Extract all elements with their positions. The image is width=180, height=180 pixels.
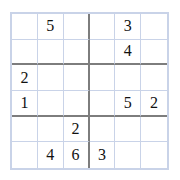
cell-r4c6[interactable]: 2 xyxy=(141,91,167,117)
cell-r1c3[interactable] xyxy=(64,14,90,40)
cell-r5c6[interactable] xyxy=(141,117,167,143)
cell-r6c2[interactable]: 4 xyxy=(38,142,64,168)
cell-r2c1[interactable] xyxy=(12,40,38,66)
cell-r1c4[interactable] xyxy=(90,14,116,40)
cell-r2c4[interactable] xyxy=(90,40,116,66)
cell-r2c6[interactable] xyxy=(141,40,167,66)
cell-r6c3[interactable]: 6 xyxy=(64,142,90,168)
sudoku-grid: 53421522463 xyxy=(10,12,169,170)
cell-r3c5[interactable] xyxy=(115,65,141,91)
cell-r1c6[interactable] xyxy=(141,14,167,40)
cell-r5c3[interactable]: 2 xyxy=(64,117,90,143)
cell-r1c5[interactable]: 3 xyxy=(115,14,141,40)
cell-r4c3[interactable] xyxy=(64,91,90,117)
cell-r6c5[interactable] xyxy=(115,142,141,168)
cell-r2c2[interactable] xyxy=(38,40,64,66)
cell-r5c2[interactable] xyxy=(38,117,64,143)
cell-r6c4[interactable]: 3 xyxy=(90,142,116,168)
cell-r5c5[interactable] xyxy=(115,117,141,143)
cell-r2c5[interactable]: 4 xyxy=(115,40,141,66)
cell-r3c4[interactable] xyxy=(90,65,116,91)
cell-r5c4[interactable] xyxy=(90,117,116,143)
cell-r3c6[interactable] xyxy=(141,65,167,91)
cell-r5c1[interactable] xyxy=(12,117,38,143)
cell-r4c4[interactable] xyxy=(90,91,116,117)
cell-r1c2[interactable]: 5 xyxy=(38,14,64,40)
cell-r4c2[interactable] xyxy=(38,91,64,117)
cell-r3c3[interactable] xyxy=(64,65,90,91)
cell-r6c6[interactable] xyxy=(141,142,167,168)
cell-r6c1[interactable] xyxy=(12,142,38,168)
cell-r1c1[interactable] xyxy=(12,14,38,40)
cell-r4c5[interactable]: 5 xyxy=(115,91,141,117)
cell-r3c2[interactable] xyxy=(38,65,64,91)
cell-r3c1[interactable]: 2 xyxy=(12,65,38,91)
cell-r4c1[interactable]: 1 xyxy=(12,91,38,117)
cell-r2c3[interactable] xyxy=(64,40,90,66)
